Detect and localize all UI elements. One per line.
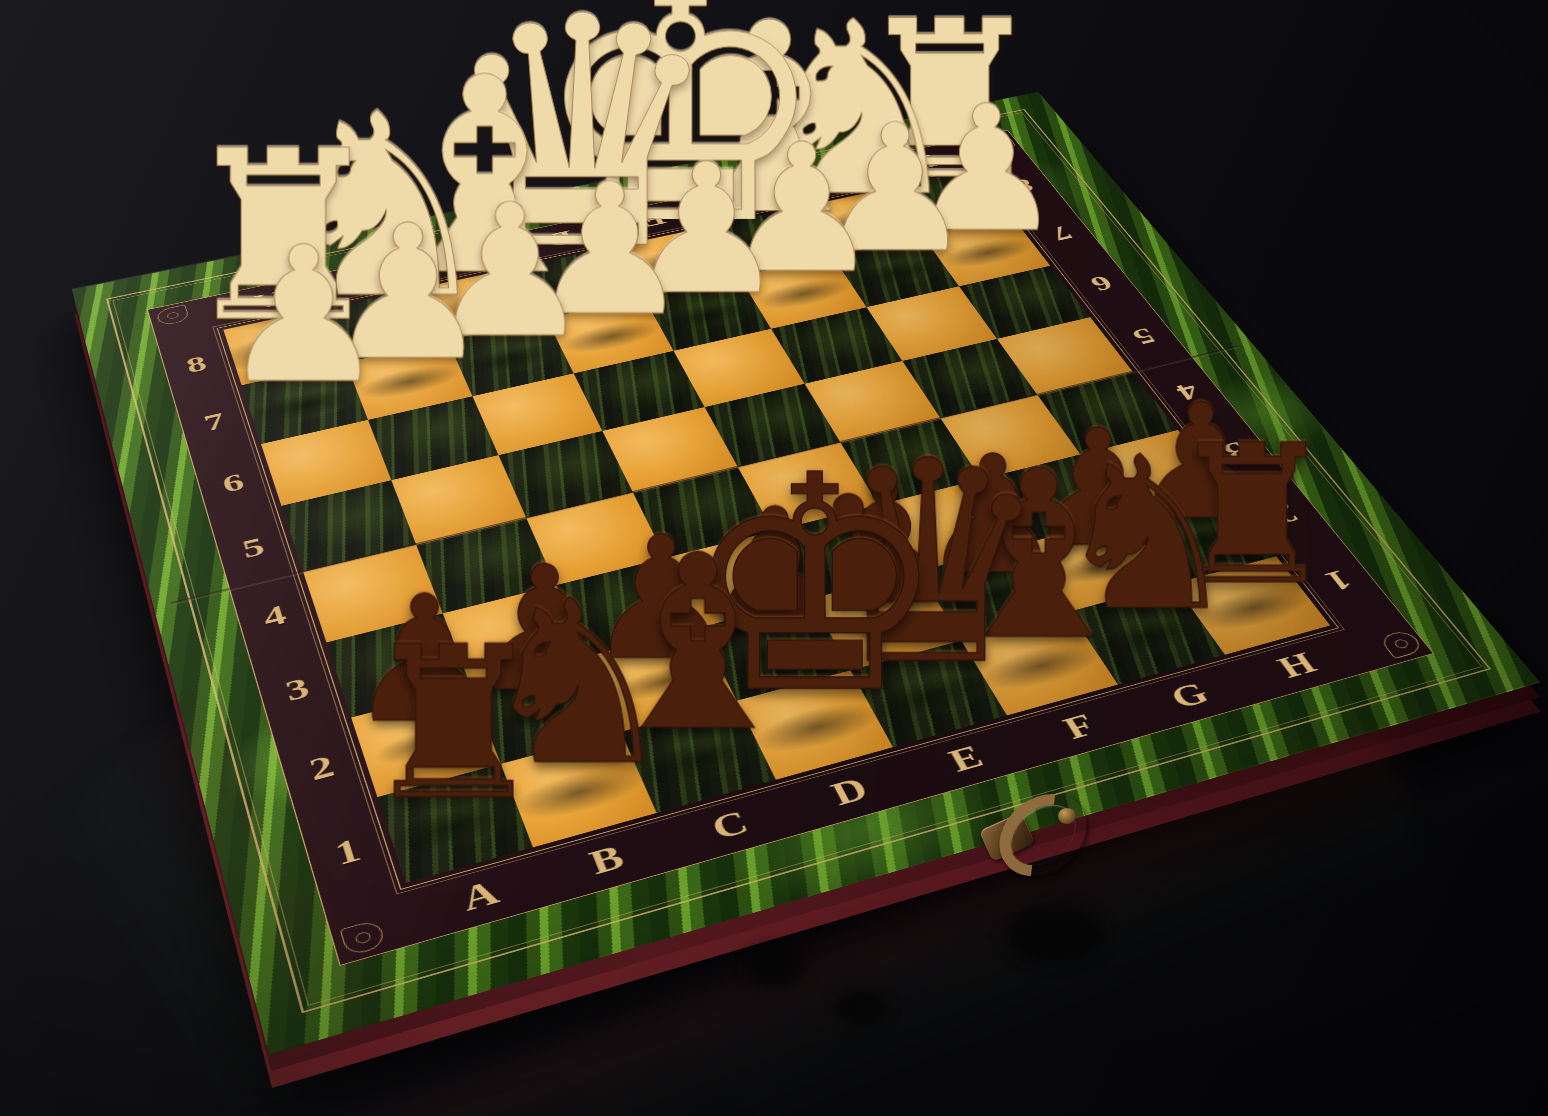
latch-hook	[983, 777, 1103, 893]
box-latch	[962, 792, 1092, 912]
reflection-blob	[745, 945, 805, 987]
photo-stage: AABBCCDDEEFFGGHH1122334455667788 ♜♞♝♛♚♝♞…	[0, 0, 1548, 1116]
piece-dark-R-a1: ♜	[267, 628, 641, 822]
chess-board: AABBCCDDEEFFGGHH1122334455667788 ♜♞♝♛♚♝♞…	[72, 92, 1541, 1055]
reflection-blob	[835, 990, 887, 1024]
piece-white-P-a7: ♟	[149, 228, 459, 401]
latch-knob	[1058, 808, 1076, 824]
latch-reflection	[1005, 905, 1105, 965]
